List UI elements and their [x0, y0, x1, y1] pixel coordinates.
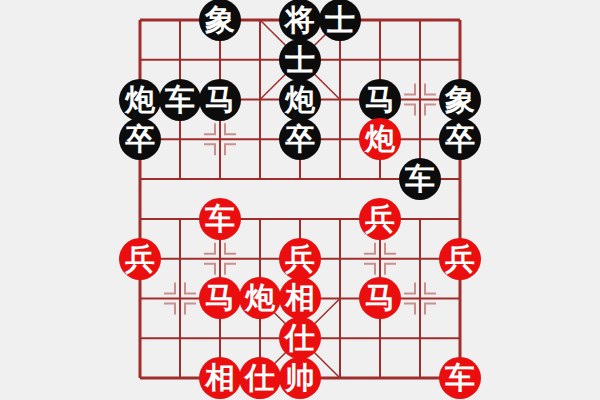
- piece-red-soldier[interactable]: 兵: [439, 238, 481, 280]
- point-marker: [404, 282, 415, 293]
- point-marker: [204, 243, 215, 254]
- point-marker: [364, 264, 375, 275]
- piece-red-elephant[interactable]: 相: [199, 357, 241, 399]
- point-marker: [385, 264, 396, 275]
- piece-red-advisor[interactable]: 仕: [239, 357, 281, 399]
- piece-red-soldier[interactable]: 兵: [279, 238, 321, 280]
- piece-black-elephant[interactable]: 象: [199, 0, 241, 41]
- piece-black-soldier[interactable]: 卒: [119, 118, 161, 160]
- point-marker: [164, 303, 175, 314]
- piece-red-advisor[interactable]: 仕: [279, 317, 321, 359]
- point-marker: [404, 84, 415, 95]
- point-marker: [404, 105, 415, 116]
- piece-red-soldier[interactable]: 兵: [119, 238, 161, 280]
- piece-black-soldier[interactable]: 卒: [279, 118, 321, 160]
- point-marker: [204, 144, 215, 155]
- piece-black-cannon[interactable]: 炮: [279, 79, 321, 121]
- piece-black-advisor[interactable]: 士: [279, 39, 321, 81]
- point-marker: [425, 84, 436, 95]
- piece-black-advisor[interactable]: 士: [319, 0, 361, 41]
- piece-black-chariot[interactable]: 车: [399, 158, 441, 200]
- point-marker: [185, 303, 196, 314]
- piece-black-elephant[interactable]: 象: [439, 79, 481, 121]
- piece-red-horse[interactable]: 马: [199, 277, 241, 319]
- point-marker: [164, 282, 175, 293]
- piece-red-elephant[interactable]: 相: [279, 277, 321, 319]
- piece-black-chariot[interactable]: 车: [159, 79, 201, 121]
- point-marker: [225, 144, 236, 155]
- piece-black-horse[interactable]: 马: [199, 79, 241, 121]
- point-marker: [225, 123, 236, 134]
- piece-red-general[interactable]: 帅: [279, 357, 321, 399]
- point-marker: [204, 264, 215, 275]
- point-marker: [225, 243, 236, 254]
- point-marker: [204, 123, 215, 134]
- piece-red-chariot[interactable]: 车: [199, 198, 241, 240]
- piece-red-horse[interactable]: 马: [359, 277, 401, 319]
- point-marker: [385, 243, 396, 254]
- piece-black-general[interactable]: 将: [279, 0, 321, 41]
- point-marker: [364, 243, 375, 254]
- xiangqi-board: 象将士士炮车马炮马象卒卒卒车炮车兵兵兵兵马炮相马仕相仕帅车: [0, 0, 600, 400]
- piece-black-horse[interactable]: 马: [359, 79, 401, 121]
- point-marker: [425, 105, 436, 116]
- piece-red-cannon[interactable]: 炮: [359, 118, 401, 160]
- piece-red-soldier[interactable]: 兵: [359, 198, 401, 240]
- piece-black-soldier[interactable]: 卒: [439, 118, 481, 160]
- piece-black-cannon[interactable]: 炮: [119, 79, 161, 121]
- point-marker: [185, 282, 196, 293]
- point-marker: [404, 303, 415, 314]
- point-marker: [225, 264, 236, 275]
- piece-red-chariot[interactable]: 车: [439, 357, 481, 399]
- point-marker: [425, 282, 436, 293]
- point-marker: [425, 303, 436, 314]
- piece-red-cannon[interactable]: 炮: [239, 277, 281, 319]
